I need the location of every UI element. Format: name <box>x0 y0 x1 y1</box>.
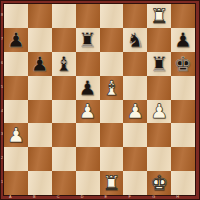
square-f3[interactable] <box>123 123 147 147</box>
square-h5[interactable] <box>171 76 195 100</box>
piece-white-pawn-d4[interactable]: ♟ <box>79 101 97 121</box>
square-f6[interactable] <box>123 52 147 76</box>
square-e4[interactable] <box>100 100 124 124</box>
piece-black-knight-f7[interactable]: ♞ <box>126 29 144 49</box>
square-a5[interactable] <box>4 76 28 100</box>
square-f7[interactable]: ♞ <box>123 28 147 52</box>
square-g8[interactable]: ♜ <box>147 4 171 28</box>
file-label-d: D <box>76 195 100 200</box>
file-label-f: F <box>123 195 147 200</box>
square-e6[interactable] <box>100 52 124 76</box>
square-h6[interactable]: ♚ <box>171 52 195 76</box>
square-d4[interactable]: ♟ <box>76 100 100 124</box>
square-a6[interactable] <box>4 52 28 76</box>
square-f8[interactable] <box>123 4 147 28</box>
file-label-e: E <box>100 195 124 200</box>
square-c2[interactable] <box>52 147 76 171</box>
square-b3[interactable] <box>28 123 52 147</box>
piece-black-rook-d7[interactable]: ♜ <box>79 29 97 49</box>
square-c5[interactable] <box>52 76 76 100</box>
square-d3[interactable] <box>76 123 100 147</box>
square-f4[interactable]: ♟ <box>123 100 147 124</box>
chess-board-frame: 87654321 ♜♟♜♞♟♟♝♜♚♟♝♟♟♟♟♜♚ ABCDEFGH <box>0 0 200 200</box>
piece-black-bishop-c6[interactable]: ♝ <box>55 53 73 73</box>
square-d8[interactable] <box>76 4 100 28</box>
piece-black-pawn-d5[interactable]: ♟ <box>79 77 97 97</box>
square-a4[interactable] <box>4 100 28 124</box>
square-b7[interactable] <box>28 28 52 52</box>
piece-white-rook-g8[interactable]: ♜ <box>150 5 168 25</box>
square-h2[interactable] <box>171 147 195 171</box>
square-h7[interactable]: ♟ <box>171 28 195 52</box>
square-e3[interactable] <box>100 123 124 147</box>
piece-white-pawn-g4[interactable]: ♟ <box>150 101 168 121</box>
square-d5[interactable]: ♟ <box>76 76 100 100</box>
square-g1[interactable]: ♚ <box>147 171 171 195</box>
square-b2[interactable] <box>28 147 52 171</box>
square-e8[interactable] <box>100 4 124 28</box>
square-c4[interactable] <box>52 100 76 124</box>
square-h4[interactable] <box>171 100 195 124</box>
piece-white-pawn-a3[interactable]: ♟ <box>7 125 25 145</box>
file-label-c: C <box>52 195 76 200</box>
square-b1[interactable] <box>28 171 52 195</box>
square-g6[interactable]: ♜ <box>147 52 171 76</box>
square-a1[interactable] <box>4 171 28 195</box>
square-a7[interactable]: ♟ <box>4 28 28 52</box>
file-label-b: B <box>28 195 52 200</box>
piece-black-pawn-a7[interactable]: ♟ <box>7 29 25 49</box>
piece-white-pawn-f4[interactable]: ♟ <box>126 101 144 121</box>
chess-board[interactable]: ♜♟♜♞♟♟♝♜♚♟♝♟♟♟♟♜♚ <box>4 4 195 195</box>
square-f5[interactable] <box>123 76 147 100</box>
square-f2[interactable] <box>123 147 147 171</box>
square-b4[interactable] <box>28 100 52 124</box>
file-label-a: A <box>4 195 28 200</box>
square-c6[interactable]: ♝ <box>52 52 76 76</box>
piece-black-king-h6[interactable]: ♚ <box>174 53 192 73</box>
square-a8[interactable] <box>4 4 28 28</box>
file-label-h: H <box>171 195 195 200</box>
square-c7[interactable] <box>52 28 76 52</box>
file-label-g: G <box>147 195 171 200</box>
square-f1[interactable] <box>123 171 147 195</box>
piece-black-rook-g6[interactable]: ♜ <box>150 53 168 73</box>
square-g4[interactable]: ♟ <box>147 100 171 124</box>
piece-black-pawn-b6[interactable]: ♟ <box>31 53 49 73</box>
file-labels: ABCDEFGH <box>4 195 195 200</box>
square-d1[interactable] <box>76 171 100 195</box>
piece-white-king-g1[interactable]: ♚ <box>150 173 168 193</box>
square-e1[interactable]: ♜ <box>100 171 124 195</box>
square-g3[interactable] <box>147 123 171 147</box>
square-d7[interactable]: ♜ <box>76 28 100 52</box>
square-a3[interactable]: ♟ <box>4 123 28 147</box>
square-e5[interactable]: ♝ <box>100 76 124 100</box>
piece-white-bishop-e5[interactable]: ♝ <box>102 77 120 97</box>
square-g7[interactable] <box>147 28 171 52</box>
square-c3[interactable] <box>52 123 76 147</box>
square-b8[interactable] <box>28 4 52 28</box>
square-d2[interactable] <box>76 147 100 171</box>
square-a2[interactable] <box>4 147 28 171</box>
square-h1[interactable] <box>171 171 195 195</box>
square-h3[interactable] <box>171 123 195 147</box>
square-b5[interactable] <box>28 76 52 100</box>
square-e2[interactable] <box>100 147 124 171</box>
square-e7[interactable] <box>100 28 124 52</box>
square-h8[interactable] <box>171 4 195 28</box>
square-b6[interactable]: ♟ <box>28 52 52 76</box>
square-c1[interactable] <box>52 171 76 195</box>
piece-black-pawn-h7[interactable]: ♟ <box>174 29 192 49</box>
piece-white-rook-e1[interactable]: ♜ <box>102 173 120 193</box>
square-c8[interactable] <box>52 4 76 28</box>
square-d6[interactable] <box>76 52 100 76</box>
square-g2[interactable] <box>147 147 171 171</box>
square-g5[interactable] <box>147 76 171 100</box>
